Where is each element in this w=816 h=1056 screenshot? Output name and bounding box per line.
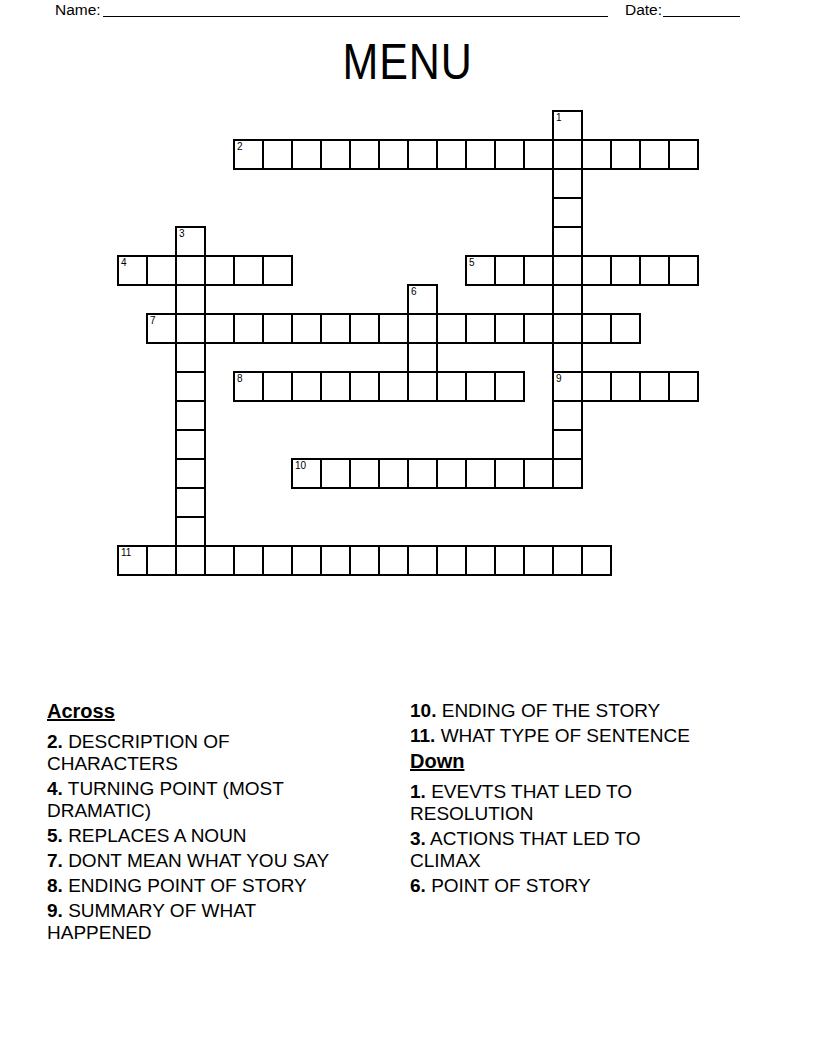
cell-number: 4 [121, 257, 127, 268]
clue-item: 3. ACTIONS THAT LED TO CLIMAX [410, 828, 712, 872]
grid-cell[interactable] [349, 458, 380, 489]
grid-cell[interactable] [175, 371, 206, 402]
grid-cell[interactable]: 4 [117, 255, 148, 286]
clue-item: 5. REPLACES A NOUN [47, 825, 349, 847]
grid-cell[interactable] [552, 429, 583, 460]
puzzle-title: MENU [343, 37, 473, 87]
grid-cell[interactable] [146, 545, 177, 576]
grid-cell[interactable] [552, 458, 583, 489]
grid-cell[interactable] [552, 284, 583, 315]
grid-cell[interactable] [233, 313, 264, 344]
grid-cell[interactable] [494, 458, 525, 489]
grid-cell[interactable] [175, 400, 206, 431]
grid-cell[interactable] [175, 313, 206, 344]
grid-cell[interactable] [436, 313, 467, 344]
grid-cell[interactable] [465, 139, 496, 170]
grid-cell[interactable] [378, 313, 409, 344]
grid-cell[interactable] [320, 313, 351, 344]
across-heading: Across [47, 700, 349, 723]
clue-number: 6. [410, 875, 426, 896]
down-heading: Down [410, 750, 712, 773]
grid-cell[interactable] [175, 429, 206, 460]
grid-cell[interactable] [465, 458, 496, 489]
clue-number: 5. [47, 825, 63, 846]
grid-cell[interactable] [349, 371, 380, 402]
grid-cell[interactable] [349, 139, 380, 170]
title-row: MENU [0, 37, 816, 87]
grid-cell[interactable] [320, 458, 351, 489]
grid-cell[interactable] [407, 342, 438, 373]
grid-cell[interactable] [378, 371, 409, 402]
cell-number: 1 [556, 112, 562, 123]
grid-cell[interactable] [262, 545, 293, 576]
grid-cell[interactable] [436, 458, 467, 489]
grid-cell[interactable] [552, 197, 583, 228]
clue-text: WHAT TYPE OF SENTENCE [441, 725, 690, 746]
cell-number: 11 [121, 547, 131, 558]
grid-cell[interactable] [465, 545, 496, 576]
clue-number: 9. [47, 900, 63, 921]
date-label: Date: [625, 0, 662, 19]
grid-cell[interactable] [146, 255, 177, 286]
grid-cell[interactable]: 9 [552, 371, 583, 402]
grid-cell[interactable] [262, 139, 293, 170]
clue-item: 9. SUMMARY OF WHAT HAPPENED [47, 900, 349, 944]
crossword-worksheet-page: Name: Date: MENU 1234567891011 Across2. … [0, 0, 816, 1056]
clue-number: 7. [47, 850, 63, 871]
clue-item: 4. TURNING POINT (MOST DRAMATIC) [47, 778, 349, 822]
grid-cell[interactable] [436, 139, 467, 170]
name-blank-line [103, 16, 608, 17]
grid-cell[interactable] [523, 313, 554, 344]
grid-cell[interactable] [610, 371, 641, 402]
clue-text: DESCRIPTION OF CHARACTERS [47, 731, 230, 774]
grid-cell[interactable] [610, 139, 641, 170]
grid-cell[interactable] [349, 545, 380, 576]
grid-cell[interactable] [523, 545, 554, 576]
grid-cell[interactable] [175, 545, 206, 576]
clue-number: 8. [47, 875, 63, 896]
grid-cell[interactable]: 2 [233, 139, 264, 170]
grid-cell[interactable] [175, 458, 206, 489]
grid-cell[interactable] [436, 545, 467, 576]
clue-text: TURNING POINT (MOST DRAMATIC) [47, 778, 284, 821]
grid-cell[interactable]: 5 [465, 255, 496, 286]
grid-cell[interactable] [552, 255, 583, 286]
clue-number: 1. [410, 781, 426, 802]
grid-cell[interactable]: 1 [552, 110, 583, 141]
grid-cell[interactable] [320, 139, 351, 170]
grid-cell[interactable] [581, 545, 612, 576]
grid-cell[interactable] [204, 313, 235, 344]
grid-cell[interactable] [610, 255, 641, 286]
grid-cell[interactable] [581, 255, 612, 286]
grid-cell[interactable] [407, 313, 438, 344]
grid-cell[interactable] [552, 139, 583, 170]
grid-cell[interactable] [668, 255, 699, 286]
clue-number: 2. [47, 731, 63, 752]
clue-text: REPLACES A NOUN [68, 825, 246, 846]
clue-text: DONT MEAN WHAT YOU SAY [68, 850, 329, 871]
grid-cell[interactable]: 10 [291, 458, 322, 489]
grid-cell[interactable] [378, 139, 409, 170]
cell-number: 9 [556, 373, 562, 384]
grid-cell[interactable] [175, 255, 206, 286]
grid-cell[interactable] [639, 139, 670, 170]
grid-cell[interactable] [581, 371, 612, 402]
grid-cell[interactable] [291, 313, 322, 344]
grid-cell[interactable] [407, 458, 438, 489]
clue-number: 11. [410, 725, 435, 746]
grid-cell[interactable] [494, 545, 525, 576]
grid-cell[interactable] [639, 371, 670, 402]
grid-cell[interactable] [523, 255, 554, 286]
grid-cell[interactable] [407, 371, 438, 402]
grid-cell[interactable] [639, 255, 670, 286]
clue-item: 8. ENDING POINT OF STORY [47, 875, 349, 897]
grid-cell[interactable] [465, 371, 496, 402]
grid-cell[interactable] [407, 545, 438, 576]
grid-cell[interactable] [668, 139, 699, 170]
grid-cell[interactable] [552, 226, 583, 257]
grid-cell[interactable] [494, 139, 525, 170]
grid-cell[interactable] [204, 545, 235, 576]
clue-text: ENDING OF THE STORY [442, 700, 661, 721]
clue-item: 1. EVEVTS THAT LED TO RESOLUTION [410, 781, 712, 825]
grid-cell[interactable] [581, 139, 612, 170]
grid-cell[interactable] [552, 545, 583, 576]
clue-number: 3. [410, 828, 426, 849]
grid-cell[interactable] [291, 371, 322, 402]
grid-cell[interactable] [610, 313, 641, 344]
clue-number: 10. [410, 700, 436, 721]
grid-cell[interactable] [581, 313, 612, 344]
clue-text: ENDING POINT OF STORY [68, 875, 307, 896]
grid-cell[interactable]: 6 [407, 284, 438, 315]
grid-cell[interactable] [436, 371, 467, 402]
clue-item: 2. DESCRIPTION OF CHARACTERS [47, 731, 349, 775]
crossword-grid: 1234567891011 [117, 110, 727, 577]
cell-number: 3 [179, 228, 185, 239]
grid-cell[interactable] [552, 400, 583, 431]
cell-number: 2 [237, 141, 243, 152]
grid-cell[interactable] [175, 487, 206, 518]
grid-cell[interactable] [523, 139, 554, 170]
grid-cell[interactable] [320, 371, 351, 402]
clue-text: ACTIONS THAT LED TO CLIMAX [410, 828, 641, 871]
grid-cell[interactable] [262, 255, 293, 286]
grid-cell[interactable] [465, 313, 496, 344]
cell-number: 8 [237, 373, 243, 384]
grid-cell[interactable] [175, 342, 206, 373]
grid-cell[interactable] [668, 371, 699, 402]
cell-number: 6 [411, 286, 417, 297]
clue-text: EVEVTS THAT LED TO RESOLUTION [410, 781, 632, 824]
cell-number: 7 [150, 315, 156, 326]
grid-cell[interactable] [494, 313, 525, 344]
date-blank-line [663, 16, 740, 17]
grid-cell[interactable] [552, 313, 583, 344]
grid-cell[interactable] [204, 255, 235, 286]
grid-cell[interactable] [175, 284, 206, 315]
grid-cell[interactable] [494, 255, 525, 286]
cell-number: 5 [469, 257, 475, 268]
grid-cell[interactable] [494, 371, 525, 402]
grid-cell[interactable]: 7 [146, 313, 177, 344]
grid-cell[interactable] [291, 139, 322, 170]
grid-cell[interactable] [378, 458, 409, 489]
name-label: Name: [55, 0, 101, 19]
cell-number: 10 [295, 460, 306, 471]
clue-text: POINT OF STORY [431, 875, 590, 896]
clue-item: 7. DONT MEAN WHAT YOU SAY [47, 850, 349, 872]
grid-cell[interactable] [378, 545, 409, 576]
grid-cell[interactable] [175, 516, 206, 547]
grid-cell[interactable] [320, 545, 351, 576]
grid-cell[interactable]: 11 [117, 545, 148, 576]
grid-cell[interactable] [262, 371, 293, 402]
grid-cell[interactable] [233, 545, 264, 576]
grid-cell[interactable] [552, 342, 583, 373]
grid-cell[interactable] [291, 545, 322, 576]
grid-cell[interactable] [233, 255, 264, 286]
grid-cell[interactable] [407, 139, 438, 170]
grid-cell[interactable] [552, 168, 583, 199]
clue-item: 10. ENDING OF THE STORY [410, 700, 712, 722]
grid-cell[interactable] [349, 313, 380, 344]
clue-item: 6. POINT OF STORY [410, 875, 712, 897]
clue-text: SUMMARY OF WHAT HAPPENED [47, 900, 256, 943]
grid-cell[interactable]: 3 [175, 226, 206, 257]
clue-number: 4. [47, 778, 63, 799]
grid-cell[interactable]: 8 [233, 371, 264, 402]
clue-item: 11. WHAT TYPE OF SENTENCE [410, 725, 712, 747]
grid-cell[interactable] [523, 458, 554, 489]
grid-cell[interactable] [262, 313, 293, 344]
clues-column-right: 10. ENDING OF THE STORY11. WHAT TYPE OF … [410, 700, 712, 900]
clues-column-left: Across2. DESCRIPTION OF CHARACTERS4. TUR… [47, 700, 349, 947]
